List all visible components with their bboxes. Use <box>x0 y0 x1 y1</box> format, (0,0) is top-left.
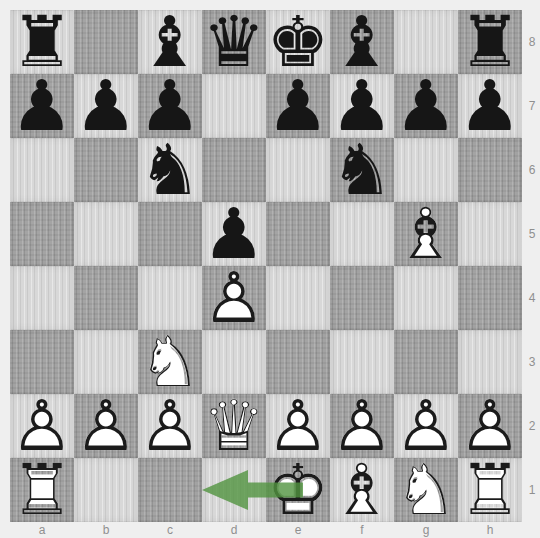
square-e5[interactable] <box>266 202 330 266</box>
piece-glyph: ♟ <box>74 74 138 138</box>
white-rook[interactable]: ♜♖ <box>458 458 522 522</box>
black-pawn[interactable]: ♟ <box>266 74 330 138</box>
square-b1[interactable] <box>74 458 138 522</box>
square-d4[interactable]: ♟♙ <box>202 266 266 330</box>
white-king[interactable]: ♚♔ <box>266 458 330 522</box>
piece-outline-glyph: ♔ <box>266 458 330 522</box>
rank-label-6: 6 <box>524 138 540 202</box>
square-g7[interactable]: ♟ <box>394 74 458 138</box>
white-knight[interactable]: ♞♘ <box>394 458 458 522</box>
square-c2[interactable]: ♟♙ <box>138 394 202 458</box>
square-b7[interactable]: ♟ <box>74 74 138 138</box>
square-c1[interactable] <box>138 458 202 522</box>
square-e1[interactable]: ♚♔ <box>266 458 330 522</box>
white-queen[interactable]: ♛♕ <box>202 394 266 458</box>
square-d7[interactable] <box>202 74 266 138</box>
square-h7[interactable]: ♟ <box>458 74 522 138</box>
piece-glyph: ♞ <box>138 138 202 202</box>
piece-outline-glyph: ♙ <box>138 394 202 458</box>
square-g4[interactable] <box>394 266 458 330</box>
black-pawn[interactable]: ♟ <box>10 74 74 138</box>
black-knight[interactable]: ♞ <box>138 138 202 202</box>
square-a6[interactable] <box>10 138 74 202</box>
square-f6[interactable]: ♞ <box>330 138 394 202</box>
piece-glyph: ♟ <box>458 74 522 138</box>
file-label-e: e <box>266 522 330 538</box>
square-h6[interactable] <box>458 138 522 202</box>
rank-label-5: 5 <box>524 202 540 266</box>
square-h4[interactable] <box>458 266 522 330</box>
square-g5[interactable]: ♝♗ <box>394 202 458 266</box>
rank-label-7: 7 <box>524 74 540 138</box>
piece-glyph: ♟ <box>266 74 330 138</box>
white-bishop[interactable]: ♝♗ <box>330 458 394 522</box>
square-e4[interactable] <box>266 266 330 330</box>
square-h5[interactable] <box>458 202 522 266</box>
square-e7[interactable]: ♟ <box>266 74 330 138</box>
file-labels: abcdefgh <box>10 522 522 538</box>
square-b2[interactable]: ♟♙ <box>74 394 138 458</box>
piece-outline-glyph: ♖ <box>10 458 74 522</box>
piece-glyph: ♟ <box>394 74 458 138</box>
square-b4[interactable] <box>74 266 138 330</box>
file-label-g: g <box>394 522 458 538</box>
square-b5[interactable] <box>74 202 138 266</box>
black-pawn[interactable]: ♟ <box>394 74 458 138</box>
piece-outline-glyph: ♙ <box>74 394 138 458</box>
piece-glyph: ♟ <box>10 74 74 138</box>
square-a4[interactable] <box>10 266 74 330</box>
rank-label-1: 1 <box>524 458 540 522</box>
square-g1[interactable]: ♞♘ <box>394 458 458 522</box>
square-d8[interactable]: ♛ <box>202 10 266 74</box>
square-a1[interactable]: ♜♖ <box>10 458 74 522</box>
square-c5[interactable] <box>138 202 202 266</box>
square-a5[interactable] <box>10 202 74 266</box>
rank-label-3: 3 <box>524 330 540 394</box>
piece-glyph: ♛ <box>202 10 266 74</box>
piece-outline-glyph: ♕ <box>202 394 266 458</box>
square-f1[interactable]: ♝♗ <box>330 458 394 522</box>
file-label-b: b <box>74 522 138 538</box>
black-knight[interactable]: ♞ <box>330 138 394 202</box>
square-e6[interactable] <box>266 138 330 202</box>
piece-outline-glyph: ♘ <box>394 458 458 522</box>
square-d2[interactable]: ♛♕ <box>202 394 266 458</box>
square-c6[interactable]: ♞ <box>138 138 202 202</box>
file-label-a: a <box>10 522 74 538</box>
rank-label-2: 2 <box>524 394 540 458</box>
square-h1[interactable]: ♜♖ <box>458 458 522 522</box>
white-pawn[interactable]: ♟♙ <box>138 394 202 458</box>
square-f5[interactable] <box>330 202 394 266</box>
black-pawn[interactable]: ♟ <box>74 74 138 138</box>
piece-glyph: ♞ <box>330 138 394 202</box>
white-rook[interactable]: ♜♖ <box>10 458 74 522</box>
piece-outline-glyph: ♙ <box>202 266 266 330</box>
file-label-c: c <box>138 522 202 538</box>
white-pawn[interactable]: ♟♙ <box>74 394 138 458</box>
rank-labels: 87654321 <box>524 10 540 522</box>
chess-app: ♜♝♛♚♝♜♟♟♟♟♟♟♟♞♞♟♝♗♟♙♞♘♟♙♟♙♟♙♛♕♟♙♟♙♟♙♟♙♜♖… <box>0 0 540 538</box>
piece-outline-glyph: ♖ <box>458 458 522 522</box>
piece-outline-glyph: ♗ <box>394 202 458 266</box>
rank-label-8: 8 <box>524 10 540 74</box>
black-pawn[interactable]: ♟ <box>458 74 522 138</box>
chess-board[interactable]: ♜♝♛♚♝♜♟♟♟♟♟♟♟♞♞♟♝♗♟♙♞♘♟♙♟♙♟♙♛♕♟♙♟♙♟♙♟♙♜♖… <box>10 10 522 522</box>
white-pawn[interactable]: ♟♙ <box>202 266 266 330</box>
file-label-d: d <box>202 522 266 538</box>
file-label-h: h <box>458 522 522 538</box>
square-d1[interactable] <box>202 458 266 522</box>
piece-outline-glyph: ♗ <box>330 458 394 522</box>
rank-label-4: 4 <box>524 266 540 330</box>
white-bishop[interactable]: ♝♗ <box>394 202 458 266</box>
black-queen[interactable]: ♛ <box>202 10 266 74</box>
square-f4[interactable] <box>330 266 394 330</box>
square-b6[interactable] <box>74 138 138 202</box>
file-label-f: f <box>330 522 394 538</box>
square-a7[interactable]: ♟ <box>10 74 74 138</box>
